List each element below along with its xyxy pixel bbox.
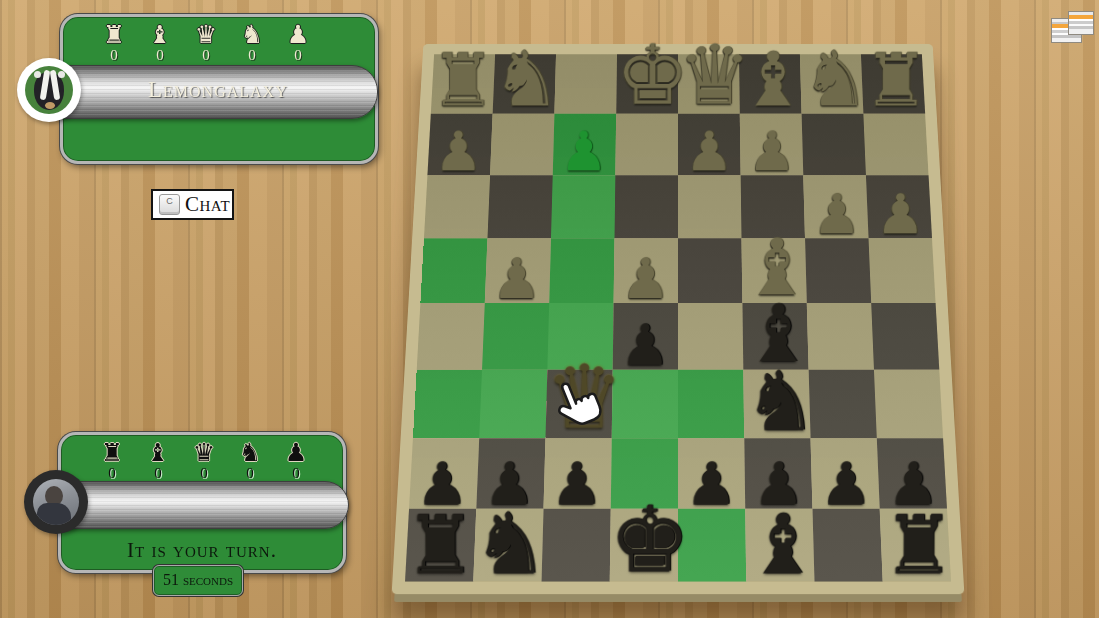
black-king[interactable]: ♚ — [610, 495, 678, 585]
captured-queen-counter: ♛0 — [183, 22, 229, 63]
captured-count: 0 — [275, 48, 321, 63]
captured-count: 0 — [229, 48, 275, 63]
square[interactable]: ♜ — [880, 509, 951, 582]
square[interactable] — [417, 303, 485, 370]
turn-status-message: It is your turn. — [61, 538, 343, 563]
knight-icon: ♞ — [227, 440, 273, 465]
square[interactable] — [551, 175, 615, 238]
square[interactable] — [615, 114, 678, 175]
square[interactable] — [424, 175, 490, 238]
square[interactable] — [482, 303, 549, 370]
square[interactable] — [487, 175, 552, 238]
captured-count: 0 — [89, 466, 135, 481]
player-panel: ♜0♝0♛0♞0♟0 It is your turn. — [58, 432, 346, 573]
square[interactable]: ♜ — [431, 54, 495, 114]
move-timer: 51 seconds — [153, 565, 243, 596]
captured-count: 0 — [91, 48, 137, 63]
square[interactable]: ♟ — [614, 238, 678, 303]
captured-bishop-counter: ♝0 — [137, 22, 183, 63]
opponent-name-bar: Lemongalaxy — [41, 65, 378, 119]
captured-queen-counter: ♛0 — [181, 440, 227, 481]
badger-avatar-image — [25, 66, 73, 114]
white-king[interactable]: ♚ — [616, 35, 678, 117]
opponent-name: Lemongalaxy — [148, 77, 288, 103]
captured-knight-counter: ♞0 — [229, 22, 275, 63]
square[interactable]: ♜ — [861, 54, 925, 114]
bishop-icon: ♝ — [135, 440, 181, 465]
captured-pawn-counter: ♟0 — [275, 22, 321, 63]
captured-rook-counter: ♜0 — [89, 440, 135, 481]
square[interactable] — [871, 303, 939, 370]
square[interactable] — [805, 238, 871, 303]
square[interactable]: ♞ — [743, 370, 810, 439]
chat-button[interactable]: C Chat — [151, 189, 234, 220]
captured-count: 0 — [137, 48, 183, 63]
white-pawn[interactable]: ♟ — [613, 251, 678, 307]
bottom-captured-row: ♜0♝0♛0♞0♟0 — [89, 440, 319, 481]
opponent-panel: ♜0♝0♛0♞0♟0 Lemongalaxy — [60, 14, 378, 164]
captured-count: 0 — [227, 466, 273, 481]
captured-count: 0 — [183, 48, 229, 63]
white-pawn[interactable]: ♟ — [427, 124, 490, 178]
white-pawn[interactable]: ♟ — [805, 186, 869, 241]
opponent-avatar[interactable] — [17, 58, 81, 122]
captured-count: 0 — [273, 466, 319, 481]
square[interactable] — [874, 370, 943, 439]
white-bishop[interactable]: ♝ — [740, 42, 802, 117]
square[interactable]: ♟ — [553, 114, 616, 175]
square[interactable] — [678, 175, 742, 238]
pawn-icon: ♟ — [273, 440, 319, 465]
white-pawn[interactable]: ♟ — [678, 124, 741, 178]
black-pawn[interactable]: ♟ — [813, 454, 880, 512]
square[interactable] — [420, 238, 487, 303]
white-rook[interactable]: ♜ — [864, 44, 926, 117]
black-knight[interactable]: ♞ — [473, 501, 542, 585]
square[interactable] — [413, 370, 482, 439]
chess-board-frame: ♜♞♚♛♝♞♜♟♟♟♟♟♟♟♟♝♟♝♛♞♟♟♟♟♟♟♟♜♞♚♝♜ — [392, 44, 965, 594]
square[interactable]: ♛ — [678, 54, 740, 114]
captured-knight-counter: ♞0 — [227, 440, 273, 481]
square[interactable]: ♞ — [473, 509, 543, 582]
white-knight[interactable]: ♞ — [802, 40, 864, 117]
white-queen[interactable]: ♛ — [678, 35, 740, 117]
chess-board[interactable]: ♜♞♚♛♝♞♜♟♟♟♟♟♟♟♟♝♟♝♛♞♟♟♟♟♟♟♟♜♞♚♝♜ — [405, 54, 951, 581]
rook-icon: ♜ — [89, 440, 135, 465]
black-bishop[interactable]: ♝ — [746, 503, 814, 586]
square[interactable] — [678, 370, 744, 439]
captured-bishop-counter: ♝0 — [135, 440, 181, 481]
bishop-icon: ♝ — [137, 22, 183, 47]
white-pawn[interactable]: ♟ — [553, 124, 616, 178]
keyboard-key-c-icon: C — [159, 194, 180, 215]
captured-count: 0 — [135, 466, 181, 481]
player-avatar[interactable] — [24, 470, 88, 534]
square[interactable] — [678, 303, 743, 370]
captured-count: 0 — [181, 466, 227, 481]
black-pawn[interactable]: ♟ — [543, 454, 610, 512]
square[interactable]: ♟ — [485, 238, 551, 303]
square[interactable] — [678, 238, 742, 303]
square[interactable]: ♚ — [610, 509, 678, 582]
pawn-icon: ♟ — [275, 22, 321, 47]
white-pawn[interactable]: ♟ — [484, 251, 549, 307]
top-captured-row: ♜0♝0♛0♞0♟0 — [91, 22, 321, 63]
square[interactable]: ♞ — [493, 54, 556, 114]
white-pawn[interactable]: ♟ — [869, 186, 933, 241]
white-knight[interactable]: ♞ — [492, 40, 554, 117]
square[interactable] — [614, 175, 678, 238]
square[interactable] — [863, 114, 928, 175]
square[interactable]: ♞ — [800, 54, 863, 114]
square[interactable]: ♟ — [866, 175, 932, 238]
square[interactable]: ♝ — [739, 54, 802, 114]
square[interactable]: ♚ — [616, 54, 678, 114]
square[interactable] — [802, 114, 866, 175]
chat-button-label: Chat — [185, 192, 230, 217]
black-rook[interactable]: ♜ — [404, 505, 473, 586]
square[interactable]: ♟ — [427, 114, 492, 175]
captured-rook-counter: ♜0 — [91, 22, 137, 63]
rook-icon: ♜ — [91, 22, 137, 47]
square[interactable]: ♟ — [740, 114, 803, 175]
square[interactable]: ♟ — [678, 114, 741, 175]
square[interactable] — [549, 238, 614, 303]
square[interactable] — [554, 54, 617, 114]
square[interactable] — [479, 370, 547, 439]
queen-icon: ♛ — [181, 440, 227, 465]
knight-icon: ♞ — [229, 22, 275, 47]
square[interactable] — [809, 370, 877, 439]
black-knight[interactable]: ♞ — [744, 360, 810, 442]
square[interactable]: ♟ — [811, 438, 880, 509]
layout-panels-icon[interactable] — [1051, 9, 1093, 43]
person-avatar-image — [33, 479, 79, 525]
square[interactable]: ♝ — [745, 509, 814, 582]
square[interactable] — [812, 509, 882, 582]
square[interactable] — [542, 509, 611, 582]
square[interactable]: ♟ — [544, 438, 612, 509]
white-pawn[interactable]: ♟ — [741, 124, 804, 178]
square[interactable] — [490, 114, 554, 175]
black-rook[interactable]: ♜ — [883, 505, 952, 586]
square[interactable]: ♟ — [803, 175, 868, 238]
hand-cursor-icon — [552, 376, 608, 436]
square[interactable] — [869, 238, 936, 303]
captured-pawn-counter: ♟0 — [273, 440, 319, 481]
queen-icon: ♛ — [183, 22, 229, 47]
square[interactable]: ♜ — [405, 509, 476, 582]
white-rook[interactable]: ♜ — [430, 44, 492, 117]
